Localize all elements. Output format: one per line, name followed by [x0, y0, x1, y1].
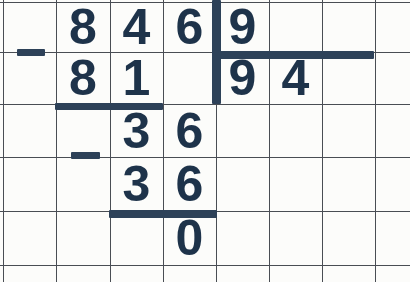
- digit-cell: 1: [110, 52, 163, 104]
- grid-line-vertical: [269, 0, 270, 282]
- digit-cell: 4: [110, 2, 163, 52]
- digit-cell: 4: [269, 52, 322, 104]
- minus-sign: [71, 152, 100, 159]
- digit-cell: 6: [163, 104, 216, 157]
- digit-cell: 9: [216, 52, 269, 104]
- digit-cell: 3: [110, 157, 163, 211]
- grid-line-horizontal: [0, 265, 410, 266]
- squared-paper-board: 8469819436360: [0, 0, 410, 282]
- digit-cell: 9: [216, 2, 269, 52]
- digit-cell: 8: [56, 52, 110, 104]
- digit-cell: 6: [163, 2, 216, 52]
- grid-line-vertical: [375, 0, 376, 282]
- minus-sign: [17, 49, 45, 56]
- digit-cell: 6: [163, 157, 216, 211]
- grid-line-vertical: [322, 0, 323, 282]
- digit-cell: 0: [163, 211, 216, 265]
- digit-cell: 8: [56, 2, 110, 52]
- grid-line-vertical: [3, 0, 4, 282]
- digit-cell: 3: [110, 104, 163, 157]
